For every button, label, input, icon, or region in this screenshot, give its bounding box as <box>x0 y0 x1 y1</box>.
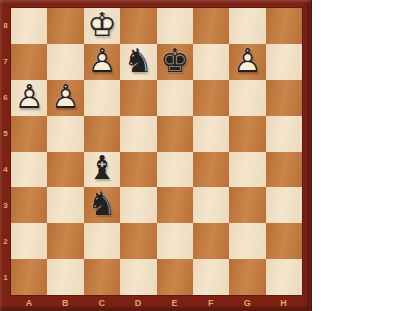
file-label-e: E <box>157 295 193 311</box>
square-a7[interactable] <box>11 44 47 80</box>
square-f2[interactable] <box>193 223 229 259</box>
piece-outline-layer: ♔ <box>87 8 117 41</box>
square-e6[interactable] <box>157 80 193 116</box>
square-b5[interactable] <box>47 116 83 152</box>
square-d6[interactable] <box>120 80 156 116</box>
square-g2[interactable] <box>229 223 265 259</box>
square-f6[interactable] <box>193 80 229 116</box>
square-a3[interactable] <box>11 187 47 223</box>
square-d8[interactable] <box>120 8 156 44</box>
file-label-f: F <box>193 295 229 311</box>
square-b8[interactable] <box>47 8 83 44</box>
square-e7[interactable]: ♚ <box>157 44 193 80</box>
square-e4[interactable] <box>157 152 193 188</box>
square-a2[interactable] <box>11 223 47 259</box>
square-f1[interactable] <box>193 259 229 295</box>
rank-labels: 87654321 <box>0 8 11 295</box>
square-e8[interactable] <box>157 8 193 44</box>
square-h3[interactable] <box>266 187 302 223</box>
square-b3[interactable] <box>47 187 83 223</box>
square-e2[interactable] <box>157 223 193 259</box>
square-d4[interactable] <box>120 152 156 188</box>
square-a4[interactable] <box>11 152 47 188</box>
file-label-g: G <box>229 295 265 311</box>
white-pawn[interactable]: ♟♙ <box>11 80 47 116</box>
rank-label-5: 5 <box>0 116 11 152</box>
square-g5[interactable] <box>229 116 265 152</box>
file-label-h: H <box>266 295 302 311</box>
square-h4[interactable] <box>266 152 302 188</box>
square-c6[interactable] <box>84 80 120 116</box>
square-a8[interactable] <box>11 8 47 44</box>
square-g3[interactable] <box>229 187 265 223</box>
white-king[interactable]: ♚♔ <box>84 8 120 44</box>
square-c1[interactable] <box>84 259 120 295</box>
square-h1[interactable] <box>266 259 302 295</box>
chess-board: 87654321 ♚♔♟♙♞♚♟♙♟♙♟♙♝♞ ABCDEFGH <box>0 0 312 311</box>
square-a1[interactable] <box>11 259 47 295</box>
piece-outline-layer: ♙ <box>51 80 81 113</box>
rank-label-3: 3 <box>0 187 11 223</box>
square-b2[interactable] <box>47 223 83 259</box>
white-pawn[interactable]: ♟♙ <box>229 44 265 80</box>
black-king[interactable]: ♚ <box>157 44 193 80</box>
square-d1[interactable] <box>120 259 156 295</box>
square-c4[interactable]: ♝ <box>84 152 120 188</box>
piece-outline-layer: ♙ <box>233 44 263 77</box>
rank-label-7: 7 <box>0 44 11 80</box>
square-g1[interactable] <box>229 259 265 295</box>
square-e1[interactable] <box>157 259 193 295</box>
square-b7[interactable] <box>47 44 83 80</box>
black-knight[interactable]: ♞ <box>84 187 120 223</box>
square-c7[interactable]: ♟♙ <box>84 44 120 80</box>
square-c3[interactable]: ♞ <box>84 187 120 223</box>
square-g8[interactable] <box>229 8 265 44</box>
piece-glyph: ♝ <box>87 152 117 185</box>
file-label-c: C <box>84 295 120 311</box>
square-f5[interactable] <box>193 116 229 152</box>
square-f8[interactable] <box>193 8 229 44</box>
piece-glyph: ♞ <box>87 187 117 220</box>
square-e5[interactable] <box>157 116 193 152</box>
square-h5[interactable] <box>266 116 302 152</box>
square-b6[interactable]: ♟♙ <box>47 80 83 116</box>
square-g6[interactable] <box>229 80 265 116</box>
piece-glyph: ♞ <box>124 44 154 77</box>
square-d2[interactable] <box>120 223 156 259</box>
square-d3[interactable] <box>120 187 156 223</box>
square-f4[interactable] <box>193 152 229 188</box>
black-knight[interactable]: ♞ <box>120 44 156 80</box>
rank-label-8: 8 <box>0 8 11 44</box>
file-label-d: D <box>120 295 156 311</box>
page: 87654321 ♚♔♟♙♞♚♟♙♟♙♟♙♝♞ ABCDEFGH <box>0 0 414 311</box>
rank-label-6: 6 <box>0 80 11 116</box>
file-labels: ABCDEFGH <box>11 295 302 311</box>
square-c2[interactable] <box>84 223 120 259</box>
square-c5[interactable] <box>84 116 120 152</box>
file-label-a: A <box>11 295 47 311</box>
piece-outline-layer: ♙ <box>87 44 117 77</box>
square-a5[interactable] <box>11 116 47 152</box>
rank-label-2: 2 <box>0 223 11 259</box>
square-f3[interactable] <box>193 187 229 223</box>
piece-outline-layer: ♙ <box>14 80 44 113</box>
white-pawn[interactable]: ♟♙ <box>84 44 120 80</box>
white-pawn[interactable]: ♟♙ <box>47 80 83 116</box>
rank-label-4: 4 <box>0 152 11 188</box>
square-d5[interactable] <box>120 116 156 152</box>
rank-label-1: 1 <box>0 259 11 295</box>
square-d7[interactable]: ♞ <box>120 44 156 80</box>
square-h6[interactable] <box>266 80 302 116</box>
square-e3[interactable] <box>157 187 193 223</box>
square-b4[interactable] <box>47 152 83 188</box>
square-g7[interactable]: ♟♙ <box>229 44 265 80</box>
square-a6[interactable]: ♟♙ <box>11 80 47 116</box>
square-b1[interactable] <box>47 259 83 295</box>
square-f7[interactable] <box>193 44 229 80</box>
square-g4[interactable] <box>229 152 265 188</box>
square-h2[interactable] <box>266 223 302 259</box>
squares-grid: ♚♔♟♙♞♚♟♙♟♙♟♙♝♞ <box>11 8 302 295</box>
piece-glyph: ♚ <box>160 44 190 77</box>
file-label-b: B <box>47 295 83 311</box>
black-bishop[interactable]: ♝ <box>84 152 120 188</box>
square-h8[interactable] <box>266 8 302 44</box>
square-c8[interactable]: ♚♔ <box>84 8 120 44</box>
square-h7[interactable] <box>266 44 302 80</box>
